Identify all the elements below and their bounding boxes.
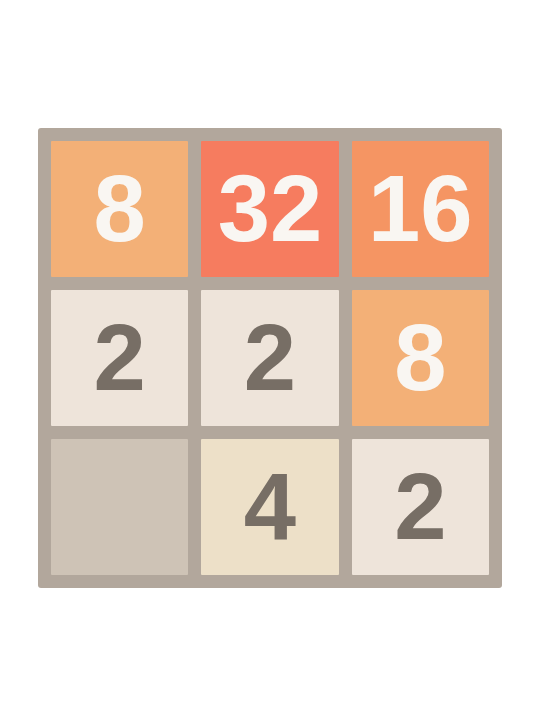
tile-r2c3: 8: [352, 290, 489, 426]
tile-r1c1: 8: [51, 141, 188, 277]
tile-r2c2: 2: [201, 290, 338, 426]
app-screen: 8 32 16 2 2 8 4 2: [0, 0, 540, 720]
game-board[interactable]: 8 32 16 2 2 8 4 2: [38, 128, 502, 588]
tile-r1c2: 32: [201, 141, 338, 277]
tile-r3c2: 4: [201, 439, 338, 575]
tile-r3c1: [51, 439, 188, 575]
tile-r1c3: 16: [352, 141, 489, 277]
tile-r3c3: 2: [352, 439, 489, 575]
tile-r2c1: 2: [51, 290, 188, 426]
